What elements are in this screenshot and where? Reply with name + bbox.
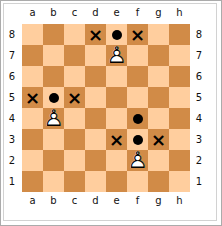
rank-label-7: 7: [4, 45, 20, 66]
move-dot: [133, 135, 143, 145]
move-dot: [49, 93, 59, 103]
square-f4: [127, 108, 148, 129]
rank-label-4: 4: [4, 108, 20, 129]
rank-label-5: 5: [4, 87, 20, 108]
file-label-h: h: [169, 5, 190, 21]
rank-label-7: 7: [191, 45, 207, 66]
square-h4: [169, 108, 190, 129]
square-h2: [169, 150, 190, 171]
rank-label-2: 2: [191, 150, 207, 171]
rank-label-3: 3: [191, 129, 207, 150]
square-h6: [169, 66, 190, 87]
square-b6: [43, 66, 64, 87]
square-h7: [169, 45, 190, 66]
file-label-g: g: [148, 193, 169, 209]
white-pawn-outline: ♙: [43, 107, 64, 129]
file-label-h: h: [169, 193, 190, 209]
square-b8: [43, 24, 64, 45]
square-e1: [106, 171, 127, 192]
capture-cross: ×: [67, 87, 82, 108]
rank-label-1: 1: [4, 171, 20, 192]
file-label-a: a: [22, 193, 43, 209]
white-pawn: ♟♙: [106, 45, 127, 66]
file-label-d: d: [85, 193, 106, 209]
square-a7: [22, 45, 43, 66]
square-h8: [169, 24, 190, 45]
capture-cross: ×: [130, 24, 145, 45]
file-label-e: e: [106, 193, 127, 209]
rank-label-8: 8: [4, 24, 20, 45]
square-c2: [64, 150, 85, 171]
file-label-c: c: [64, 193, 85, 209]
rank-label-1: 1: [191, 171, 207, 192]
rank-label-6: 6: [4, 66, 20, 87]
square-a8: [22, 24, 43, 45]
move-dot: [133, 114, 143, 124]
square-a1: [22, 171, 43, 192]
square-d3: [85, 129, 106, 150]
square-c3: [64, 129, 85, 150]
file-label-d: d: [85, 5, 106, 21]
square-h5: [169, 87, 190, 108]
square-b4: ♟♙: [43, 108, 64, 129]
square-g5: [148, 87, 169, 108]
square-e4: [106, 108, 127, 129]
square-d2: [85, 150, 106, 171]
square-c1: [64, 171, 85, 192]
white-pawn: ♟♙: [43, 108, 64, 129]
diagram-frame: abcdefgh 87654321 ××♟♙××♟♙××♟♙ 87654321 …: [0, 0, 222, 226]
square-g6: [148, 66, 169, 87]
rank-labels-left: 87654321: [4, 24, 20, 192]
square-e5: [106, 87, 127, 108]
capture-cross: ×: [88, 24, 103, 45]
move-dot: [112, 30, 122, 40]
square-e7: ♟♙: [106, 45, 127, 66]
square-c8: [64, 24, 85, 45]
square-a5: ×: [22, 87, 43, 108]
square-g4: [148, 108, 169, 129]
square-g7: [148, 45, 169, 66]
square-c7: [64, 45, 85, 66]
square-c6: [64, 66, 85, 87]
white-pawn-outline: ♙: [127, 149, 148, 171]
square-a2: [22, 150, 43, 171]
file-label-c: c: [64, 5, 85, 21]
capture-cross: ×: [151, 129, 166, 150]
rank-label-8: 8: [191, 24, 207, 45]
rank-label-5: 5: [191, 87, 207, 108]
square-b3: [43, 129, 64, 150]
square-a3: [22, 129, 43, 150]
file-label-a: a: [22, 5, 43, 21]
rank-labels-right: 87654321: [191, 24, 207, 192]
square-d7: [85, 45, 106, 66]
square-e3: ×: [106, 129, 127, 150]
square-f1: [127, 171, 148, 192]
file-label-b: b: [43, 193, 64, 209]
square-a4: [22, 108, 43, 129]
white-pawn-outline: ♙: [106, 44, 127, 66]
square-g2: [148, 150, 169, 171]
white-pawn: ♟♙: [127, 150, 148, 171]
square-e6: [106, 66, 127, 87]
capture-cross: ×: [25, 87, 40, 108]
square-f5: [127, 87, 148, 108]
square-b7: [43, 45, 64, 66]
rank-label-3: 3: [4, 129, 20, 150]
square-b2: [43, 150, 64, 171]
file-label-b: b: [43, 5, 64, 21]
rank-label-6: 6: [191, 66, 207, 87]
square-d6: [85, 66, 106, 87]
square-g1: [148, 171, 169, 192]
square-g8: [148, 24, 169, 45]
rank-label-2: 2: [4, 150, 20, 171]
square-h3: [169, 129, 190, 150]
capture-cross: ×: [109, 129, 124, 150]
file-labels-top: abcdefgh: [22, 5, 190, 21]
square-g3: ×: [148, 129, 169, 150]
square-c5: ×: [64, 87, 85, 108]
square-f8: ×: [127, 24, 148, 45]
file-labels-bottom: abcdefgh: [22, 193, 190, 209]
rank-label-4: 4: [191, 108, 207, 129]
file-label-g: g: [148, 5, 169, 21]
file-label-e: e: [106, 5, 127, 21]
square-c4: [64, 108, 85, 129]
square-b1: [43, 171, 64, 192]
square-f2: ♟♙: [127, 150, 148, 171]
square-f7: [127, 45, 148, 66]
chess-board: ××♟♙××♟♙××♟♙: [22, 24, 190, 192]
square-d8: ×: [85, 24, 106, 45]
square-h1: [169, 171, 190, 192]
diagram-inner: abcdefgh 87654321 ××♟♙××♟♙××♟♙ 87654321 …: [3, 3, 217, 221]
file-label-f: f: [127, 193, 148, 209]
square-d5: [85, 87, 106, 108]
square-e2: [106, 150, 127, 171]
square-d4: [85, 108, 106, 129]
square-f6: [127, 66, 148, 87]
square-a6: [22, 66, 43, 87]
square-d1: [85, 171, 106, 192]
file-label-f: f: [127, 5, 148, 21]
